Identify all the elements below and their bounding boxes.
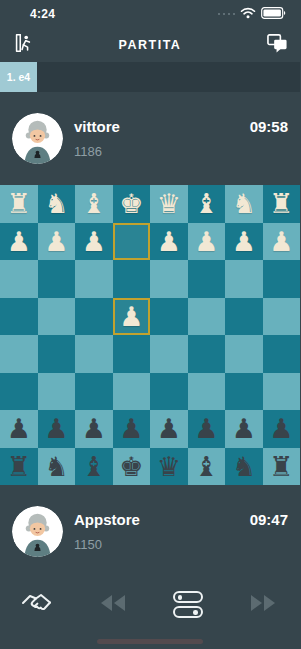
square-g3[interactable] (38, 260, 76, 298)
settings-button[interactable] (150, 577, 225, 633)
square-f4[interactable] (75, 298, 113, 336)
square-h3[interactable] (0, 260, 38, 298)
square-b2[interactable]: ♟ (225, 223, 263, 261)
square-g5[interactable] (38, 335, 76, 373)
black-pawn: ♟ (7, 410, 31, 448)
battery-icon (261, 5, 286, 23)
square-c8[interactable]: ♝ (188, 448, 226, 486)
white-rook: ♜ (269, 185, 293, 223)
app-window: 4:24 PARTITA 1. e4 (0, 0, 300, 649)
square-h1[interactable]: ♜ (0, 185, 38, 223)
square-h4[interactable] (0, 298, 38, 336)
square-a5[interactable] (263, 335, 301, 373)
square-c4[interactable] (188, 298, 226, 336)
square-e1[interactable]: ♚ (113, 185, 151, 223)
square-b6[interactable] (225, 373, 263, 411)
square-d2[interactable]: ♟ (150, 223, 188, 261)
square-d8[interactable]: ♛ (150, 448, 188, 486)
square-c7[interactable]: ♟ (188, 410, 226, 448)
square-e3[interactable] (113, 260, 151, 298)
move-list: 1. e4 (0, 62, 300, 92)
rewind-icon (99, 593, 127, 617)
square-f1[interactable]: ♝ (75, 185, 113, 223)
white-pawn: ♟ (82, 223, 106, 261)
fast-forward-icon (249, 593, 277, 617)
page-title: PARTITA (119, 38, 182, 52)
square-g4[interactable] (38, 298, 76, 336)
player-rating: 1186 (74, 144, 250, 159)
move-forward-button[interactable] (225, 577, 300, 633)
white-rook: ♜ (7, 185, 31, 223)
square-h8[interactable]: ♜ (0, 448, 38, 486)
navigation-bar: PARTITA (0, 28, 300, 62)
move-back-button[interactable] (75, 577, 150, 633)
chess-board: ♜♞♝♚♛♝♞♜♟♟♟♟♟♟♟♟♟♟♟♟♟♟♟♟♜♞♝♚♛♝♞♜ (0, 185, 300, 485)
square-f2[interactable]: ♟ (75, 223, 113, 261)
square-e4[interactable]: ♟ (113, 298, 151, 336)
white-pawn: ♟ (44, 223, 68, 261)
square-e5[interactable] (113, 335, 151, 373)
square-h6[interactable] (0, 373, 38, 411)
black-bishop: ♝ (194, 448, 218, 486)
square-c2[interactable]: ♟ (188, 223, 226, 261)
white-queen: ♛ (157, 185, 181, 223)
square-a8[interactable]: ♜ (263, 448, 301, 486)
square-d1[interactable]: ♛ (150, 185, 188, 223)
square-e7[interactable]: ♟ (113, 410, 151, 448)
black-king: ♚ (119, 448, 143, 486)
square-f7[interactable]: ♟ (75, 410, 113, 448)
player-rating: 1150 (74, 537, 250, 552)
exit-game-button[interactable] (8, 30, 38, 60)
square-f6[interactable] (75, 373, 113, 411)
white-pawn: ♟ (232, 223, 256, 261)
black-bishop: ♝ (82, 448, 106, 486)
chat-button[interactable] (262, 30, 292, 60)
square-g1[interactable]: ♞ (38, 185, 76, 223)
square-a6[interactable] (263, 373, 301, 411)
avatar (12, 506, 63, 557)
square-b7[interactable]: ♟ (225, 410, 263, 448)
white-knight: ♞ (44, 185, 68, 223)
square-e8[interactable]: ♚ (113, 448, 151, 486)
white-knight: ♞ (232, 185, 256, 223)
white-bishop: ♝ (194, 185, 218, 223)
player-name: vittore (74, 118, 250, 136)
black-pawn: ♟ (157, 410, 181, 448)
white-bishop: ♝ (82, 185, 106, 223)
square-d7[interactable]: ♟ (150, 410, 188, 448)
white-pawn: ♟ (7, 223, 31, 261)
white-pawn: ♟ (119, 298, 143, 336)
move-entry[interactable]: 1. e4 (0, 62, 37, 92)
square-a7[interactable]: ♟ (263, 410, 301, 448)
handshake-icon (21, 589, 55, 621)
exit-door-icon (12, 32, 34, 58)
square-h5[interactable] (0, 335, 38, 373)
draw-offer-button[interactable] (0, 577, 75, 633)
black-pawn: ♟ (119, 410, 143, 448)
white-pawn: ♟ (157, 223, 181, 261)
black-pawn: ♟ (232, 410, 256, 448)
black-knight: ♞ (44, 448, 68, 486)
status-bar: 4:24 (0, 0, 300, 28)
square-f5[interactable] (75, 335, 113, 373)
black-pawn: ♟ (44, 410, 68, 448)
player-card-top: vittore 1186 09:58 (0, 92, 300, 185)
square-b8[interactable]: ♞ (225, 448, 263, 486)
player-name: Appstore (74, 511, 250, 529)
black-pawn: ♟ (82, 410, 106, 448)
wifi-icon (240, 5, 256, 23)
player-clock: 09:58 (250, 118, 288, 136)
square-e6[interactable] (113, 373, 151, 411)
square-d4[interactable] (150, 298, 188, 336)
black-rook: ♜ (269, 448, 293, 486)
square-c3[interactable] (188, 260, 226, 298)
square-f3[interactable] (75, 260, 113, 298)
square-a1[interactable]: ♜ (263, 185, 301, 223)
game-toolbar (0, 577, 300, 633)
square-d6[interactable] (150, 373, 188, 411)
home-indicator[interactable] (97, 639, 203, 644)
black-pawn: ♟ (269, 410, 293, 448)
square-c5[interactable] (188, 335, 226, 373)
square-c1[interactable]: ♝ (188, 185, 226, 223)
square-g6[interactable] (38, 373, 76, 411)
square-a3[interactable] (263, 260, 301, 298)
chat-bubbles-icon (266, 33, 289, 58)
black-rook: ♜ (7, 448, 31, 486)
home-indicator-zone (0, 633, 300, 649)
square-c6[interactable] (188, 373, 226, 411)
square-e2[interactable] (113, 223, 151, 261)
square-f8[interactable]: ♝ (75, 448, 113, 486)
square-b5[interactable] (225, 335, 263, 373)
square-g7[interactable]: ♟ (38, 410, 76, 448)
black-pawn: ♟ (194, 410, 218, 448)
avatar (12, 113, 63, 164)
black-knight: ♞ (232, 448, 256, 486)
player-card-bottom: Appstore 1150 09:47 (0, 485, 300, 577)
square-a2[interactable]: ♟ (263, 223, 301, 261)
square-b4[interactable] (225, 298, 263, 336)
white-king: ♚ (119, 185, 143, 223)
square-b3[interactable] (225, 260, 263, 298)
player-clock: 09:47 (250, 511, 288, 529)
square-d5[interactable] (150, 335, 188, 373)
square-g8[interactable]: ♞ (38, 448, 76, 486)
black-queen: ♛ (157, 448, 181, 486)
clock-time: 4:24 (30, 7, 55, 21)
toggles-icon (173, 591, 203, 619)
square-h7[interactable]: ♟ (0, 410, 38, 448)
white-pawn: ♟ (269, 223, 293, 261)
cellular-signal-icon (218, 13, 236, 16)
square-g2[interactable]: ♟ (38, 223, 76, 261)
white-pawn: ♟ (194, 223, 218, 261)
square-h2[interactable]: ♟ (0, 223, 38, 261)
square-d3[interactable] (150, 260, 188, 298)
square-b1[interactable]: ♞ (225, 185, 263, 223)
square-a4[interactable] (263, 298, 301, 336)
